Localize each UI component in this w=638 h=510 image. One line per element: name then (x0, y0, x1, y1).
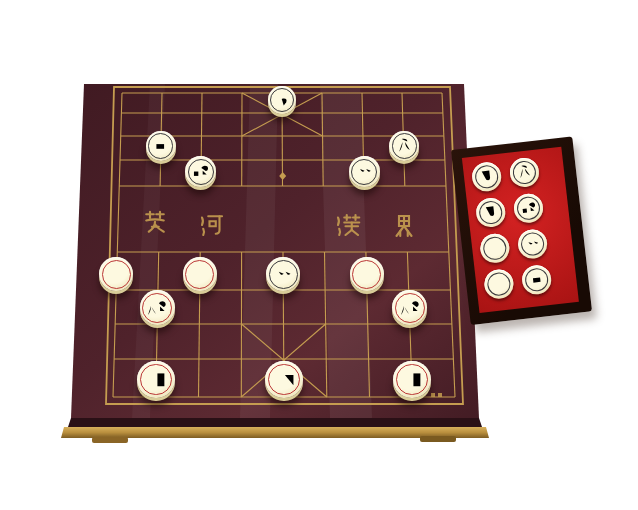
piece-character-cannon (518, 198, 539, 219)
piece-character-elephant (514, 162, 535, 183)
piece-red-general[interactable] (265, 361, 303, 399)
piece-tray[interactable] (451, 136, 592, 325)
piece-character-soldier (188, 263, 211, 286)
piece-character-general (271, 367, 297, 393)
piece-character-cannon (190, 161, 211, 182)
piece-black-soldier[interactable] (349, 156, 380, 187)
board-front-edge (68, 418, 482, 427)
piece-character-elephant (394, 136, 414, 156)
piece-character-soldier (105, 263, 128, 286)
piece-character-soldier (355, 263, 378, 286)
piece-character-horse (476, 166, 497, 187)
piece-character-chariot (150, 136, 170, 156)
piece-red-cannon[interactable] (140, 290, 175, 325)
piece-character-soldier (354, 161, 375, 182)
piece-character-chariot (526, 269, 547, 290)
board-foot-right (420, 436, 456, 442)
piece-character-elephant (143, 367, 169, 393)
piece-character-elephant (399, 367, 425, 393)
piece-character-general (272, 90, 291, 109)
piece-red-soldier[interactable] (183, 257, 217, 291)
piece-character-soldier (522, 233, 543, 254)
product-photo-scene (0, 0, 638, 510)
piece-black-chariot[interactable] (146, 131, 176, 161)
piece-character-soldier (272, 263, 295, 286)
piece-character-horse (480, 202, 501, 223)
piece-character-advisor (484, 238, 505, 259)
piece-red-elephant[interactable] (137, 361, 175, 399)
board-foot-left (92, 437, 128, 443)
piece-character-cannon (398, 296, 422, 320)
piece-character-advisor (488, 274, 509, 295)
piece-character-cannon (145, 296, 169, 320)
